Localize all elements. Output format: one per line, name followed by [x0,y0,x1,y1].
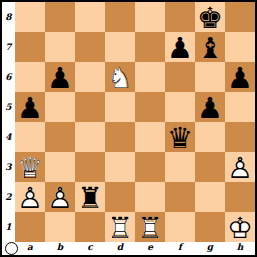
square-g1[interactable] [195,212,225,242]
piece-outline-layer: ♔ [225,213,255,243]
square-c1[interactable] [75,212,105,242]
rank-label-5: 5 [2,92,15,122]
chess-diagram: 87654321 ♚♟♝♟♞♘♟♟♟♛♛♕♟♙♟♙♟♙♜♜♖♜♖♚♔ abcde… [0,0,257,257]
square-d2[interactable] [105,182,135,212]
square-d3[interactable] [105,152,135,182]
square-g4[interactable] [195,122,225,152]
black-pawn[interactable]: ♟ [165,32,195,62]
square-b7[interactable] [45,32,75,62]
black-queen[interactable]: ♛ [165,122,195,152]
piece-glyph: ♝ [195,33,225,63]
white-pawn[interactable]: ♟♙ [15,182,45,212]
board-layout: 87654321 ♚♟♝♟♞♘♟♟♟♛♛♕♟♙♟♙♟♙♜♜♖♜♖♚♔ abcde… [2,2,255,255]
file-label-g: g [195,242,225,255]
square-b3[interactable] [45,152,75,182]
piece-outline-layer: ♙ [45,183,75,213]
piece-glyph: ♜ [75,183,105,213]
square-c7[interactable] [75,32,105,62]
piece-glyph: ♟ [195,93,225,123]
piece-glyph: ♟ [45,63,75,93]
piece-outline-layer: ♘ [105,63,135,93]
file-label-f: f [165,242,195,255]
square-b5[interactable] [45,92,75,122]
white-rook[interactable]: ♜♖ [105,212,135,242]
piece-outline-layer: ♙ [225,153,255,183]
black-pawn[interactable]: ♟ [15,92,45,122]
square-f1[interactable] [165,212,195,242]
black-rook[interactable]: ♜ [75,182,105,212]
square-h6[interactable]: ♟ [225,62,255,92]
square-c5[interactable] [75,92,105,122]
square-f2[interactable] [165,182,195,212]
white-pawn[interactable]: ♟♙ [45,182,75,212]
square-b8[interactable] [45,2,75,32]
piece-outline-layer: ♙ [15,183,45,213]
rank-label-3: 3 [2,152,15,182]
square-f7[interactable]: ♟ [165,32,195,62]
square-h1[interactable]: ♚♔ [225,212,255,242]
piece-glyph: ♟ [15,93,45,123]
rank-label-8: 8 [2,2,15,32]
square-f6[interactable] [165,62,195,92]
square-h3[interactable]: ♟♙ [225,152,255,182]
file-labels: abcdefgh [15,242,255,255]
rank-label-7: 7 [2,32,15,62]
rank-label-2: 2 [2,182,15,212]
white-knight[interactable]: ♞♘ [105,62,135,92]
rank-label-6: 6 [2,62,15,92]
black-pawn[interactable]: ♟ [225,62,255,92]
square-c4[interactable] [75,122,105,152]
square-d1[interactable]: ♜♖ [105,212,135,242]
square-d7[interactable] [105,32,135,62]
white-to-move-indicator [5,242,18,255]
square-f5[interactable] [165,92,195,122]
square-e3[interactable] [135,152,165,182]
square-a7[interactable] [15,32,45,62]
square-e7[interactable] [135,32,165,62]
piece-glyph: ♟ [165,33,195,63]
rank-label-1: 1 [2,212,15,242]
square-f8[interactable] [165,2,195,32]
square-h4[interactable] [225,122,255,152]
square-a2[interactable]: ♟♙ [15,182,45,212]
square-g3[interactable] [195,152,225,182]
piece-outline-layer: ♖ [105,213,135,243]
square-e4[interactable] [135,122,165,152]
piece-glyph: ♛ [165,123,195,153]
white-king[interactable]: ♚♔ [225,212,255,242]
square-h8[interactable] [225,2,255,32]
white-rook[interactable]: ♜♖ [135,212,165,242]
square-g5[interactable]: ♟ [195,92,225,122]
black-pawn[interactable]: ♟ [195,92,225,122]
square-e2[interactable] [135,182,165,212]
square-h5[interactable] [225,92,255,122]
square-b6[interactable]: ♟ [45,62,75,92]
black-bishop[interactable]: ♝ [195,32,225,62]
square-a3[interactable]: ♛♕ [15,152,45,182]
square-e6[interactable] [135,62,165,92]
white-pawn[interactable]: ♟♙ [225,152,255,182]
piece-outline-layer: ♖ [135,213,165,243]
square-a6[interactable] [15,62,45,92]
piece-outline-layer: ♕ [15,153,45,183]
square-a1[interactable] [15,212,45,242]
square-c8[interactable] [75,2,105,32]
rank-label-4: 4 [2,122,15,152]
square-g2[interactable] [195,182,225,212]
square-e1[interactable]: ♜♖ [135,212,165,242]
square-b2[interactable]: ♟♙ [45,182,75,212]
rank-labels: 87654321 [2,2,15,242]
square-g8[interactable]: ♚ [195,2,225,32]
chess-board[interactable]: ♚♟♝♟♞♘♟♟♟♛♛♕♟♙♟♙♟♙♜♜♖♜♖♚♔ [15,2,255,242]
square-d6[interactable]: ♞♘ [105,62,135,92]
black-pawn[interactable]: ♟ [45,62,75,92]
square-d4[interactable] [105,122,135,152]
square-c3[interactable] [75,152,105,182]
square-e8[interactable] [135,2,165,32]
piece-glyph: ♚ [195,3,225,33]
square-b1[interactable] [45,212,75,242]
file-label-b: b [45,242,75,255]
piece-glyph: ♟ [225,63,255,93]
square-a8[interactable] [15,2,45,32]
square-a5[interactable]: ♟ [15,92,45,122]
square-h7[interactable] [225,32,255,62]
square-f3[interactable] [165,152,195,182]
black-king[interactable]: ♚ [195,2,225,32]
square-h2[interactable] [225,182,255,212]
square-b4[interactable] [45,122,75,152]
square-c6[interactable] [75,62,105,92]
square-d8[interactable] [105,2,135,32]
file-label-a: a [15,242,45,255]
square-e5[interactable] [135,92,165,122]
square-g6[interactable] [195,62,225,92]
square-d5[interactable] [105,92,135,122]
white-queen[interactable]: ♛♕ [15,152,45,182]
square-g7[interactable]: ♝ [195,32,225,62]
square-c2[interactable]: ♜ [75,182,105,212]
file-label-c: c [75,242,105,255]
square-a4[interactable] [15,122,45,152]
square-f4[interactable]: ♛ [165,122,195,152]
